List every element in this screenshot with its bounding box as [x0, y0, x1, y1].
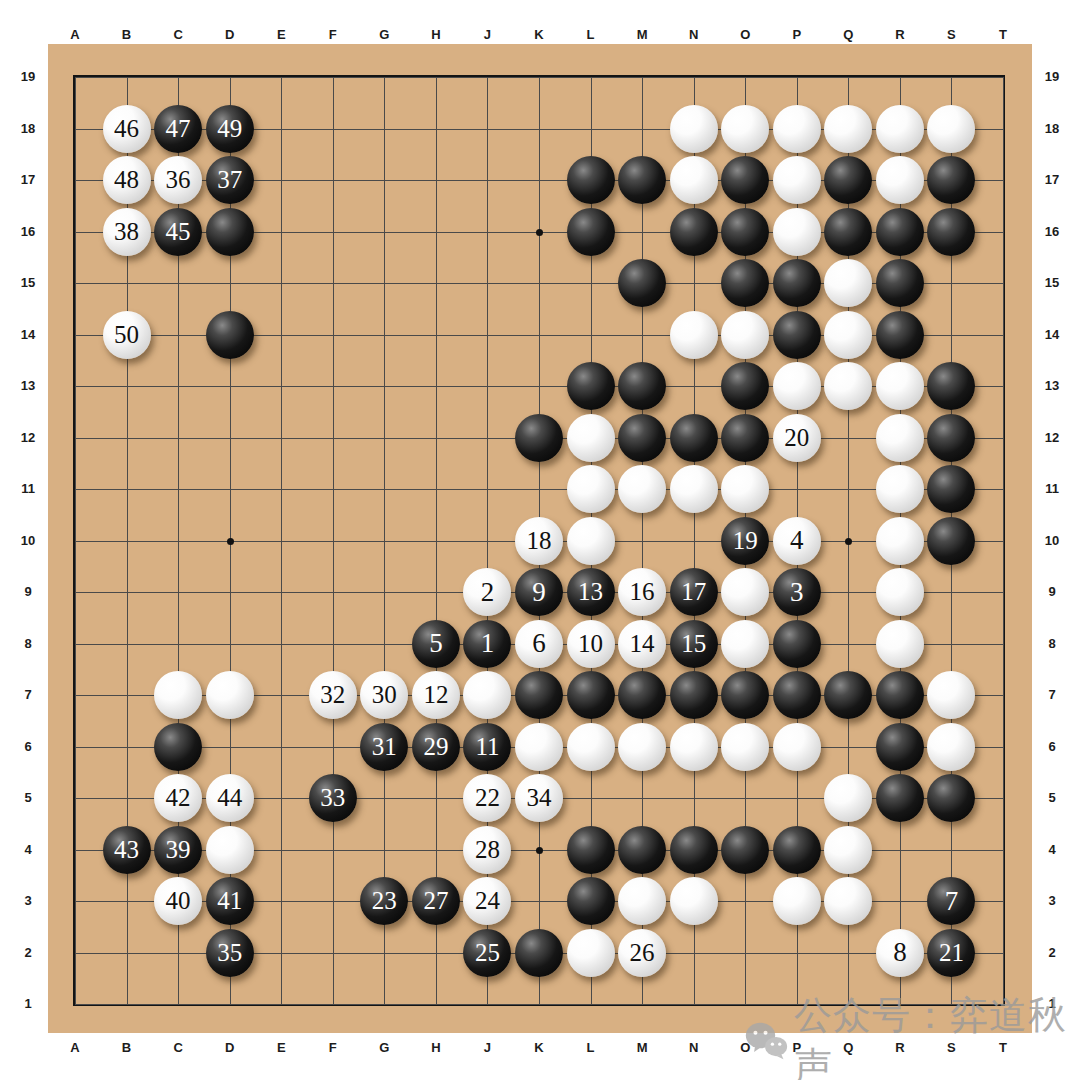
white-stone-O11[interactable]: [721, 465, 769, 513]
white-stone-P12-move-20[interactable]: 20: [773, 414, 821, 462]
go-diagram-page: AABBCCDDEEFFGGHHJJKKLLMMNNOOPPQQRRSSTT19…: [0, 0, 1080, 1080]
coord-right-5: 5: [1039, 790, 1065, 806]
black-stone-K2[interactable]: [515, 929, 563, 977]
move-number: 36: [166, 166, 191, 194]
move-number: 35: [217, 939, 242, 967]
white-stone-L10[interactable]: [567, 517, 615, 565]
white-stone-L12[interactable]: [567, 414, 615, 462]
white-stone-O14[interactable]: [721, 311, 769, 359]
coord-right-2: 2: [1039, 945, 1065, 961]
white-stone-O8[interactable]: [721, 620, 769, 668]
coord-top-M: M: [629, 27, 655, 43]
coord-left-19: 19: [15, 69, 41, 85]
coord-left-14: 14: [15, 327, 41, 343]
white-stone-N6[interactable]: [670, 723, 718, 771]
white-stone-R17[interactable]: [876, 156, 924, 204]
black-stone-C16-move-45[interactable]: 45: [154, 208, 202, 256]
black-stone-O10-move-19[interactable]: 19: [721, 517, 769, 565]
move-number: 26: [630, 939, 655, 967]
coord-right-18: 18: [1039, 121, 1065, 137]
white-stone-R13[interactable]: [876, 362, 924, 410]
white-stone-Q5[interactable]: [824, 774, 872, 822]
black-stone-M13[interactable]: [618, 362, 666, 410]
move-number: 46: [114, 115, 139, 143]
coord-top-O: O: [732, 27, 758, 43]
coord-bottom-M: M: [629, 1040, 655, 1056]
coord-left-11: 11: [15, 481, 41, 497]
coord-left-6: 6: [15, 739, 41, 755]
white-stone-O6[interactable]: [721, 723, 769, 771]
white-stone-F7-move-32[interactable]: 32: [309, 671, 357, 719]
move-number: 23: [372, 887, 397, 915]
move-number: 37: [217, 166, 242, 194]
white-stone-Q18[interactable]: [824, 105, 872, 153]
black-stone-D16[interactable]: [206, 208, 254, 256]
coord-top-P: P: [784, 27, 810, 43]
black-stone-J8-move-1[interactable]: 1: [463, 620, 511, 668]
coord-right-12: 12: [1039, 430, 1065, 446]
watermark-text: 公众号：弈道秋声: [794, 990, 1080, 1080]
white-stone-P17[interactable]: [773, 156, 821, 204]
coord-bottom-D: D: [217, 1040, 243, 1056]
black-stone-S12[interactable]: [927, 414, 975, 462]
black-stone-D2-move-35[interactable]: 35: [206, 929, 254, 977]
black-stone-N4[interactable]: [670, 826, 718, 874]
coord-bottom-B: B: [114, 1040, 140, 1056]
black-stone-R5[interactable]: [876, 774, 924, 822]
white-stone-N11[interactable]: [670, 465, 718, 513]
coord-left-7: 7: [15, 687, 41, 703]
star-point-D10: [227, 538, 234, 545]
black-stone-O17[interactable]: [721, 156, 769, 204]
black-stone-R15[interactable]: [876, 259, 924, 307]
coord-right-13: 13: [1039, 378, 1065, 394]
move-number: 19: [733, 527, 758, 555]
black-stone-H3-move-27[interactable]: 27: [412, 877, 460, 925]
white-stone-L11[interactable]: [567, 465, 615, 513]
black-stone-H6-move-29[interactable]: 29: [412, 723, 460, 771]
white-stone-Q15[interactable]: [824, 259, 872, 307]
black-stone-P7[interactable]: [773, 671, 821, 719]
coord-left-4: 4: [15, 842, 41, 858]
black-stone-M12[interactable]: [618, 414, 666, 462]
move-number: 1: [481, 628, 495, 659]
grid-line-vertical: [1003, 77, 1004, 1004]
coord-top-J: J: [474, 27, 500, 43]
coord-bottom-H: H: [423, 1040, 449, 1056]
white-stone-R11[interactable]: [876, 465, 924, 513]
black-stone-L17[interactable]: [567, 156, 615, 204]
move-number: 17: [681, 578, 706, 606]
white-stone-M2-move-26[interactable]: 26: [618, 929, 666, 977]
coord-right-7: 7: [1039, 687, 1065, 703]
white-stone-B17-move-48[interactable]: 48: [103, 156, 151, 204]
coord-right-16: 16: [1039, 224, 1065, 240]
black-stone-P15[interactable]: [773, 259, 821, 307]
move-number: 49: [217, 115, 242, 143]
white-stone-M8-move-14[interactable]: 14: [618, 620, 666, 668]
white-stone-C3-move-40[interactable]: 40: [154, 877, 202, 925]
white-stone-J4-move-28[interactable]: 28: [463, 826, 511, 874]
black-stone-L4[interactable]: [567, 826, 615, 874]
white-stone-C17-move-36[interactable]: 36: [154, 156, 202, 204]
black-stone-L7[interactable]: [567, 671, 615, 719]
move-number: 28: [475, 836, 500, 864]
coord-top-Q: Q: [835, 27, 861, 43]
black-stone-O16[interactable]: [721, 208, 769, 256]
move-number: 25: [475, 939, 500, 967]
white-stone-B18-move-46[interactable]: 46: [103, 105, 151, 153]
black-stone-K12[interactable]: [515, 414, 563, 462]
coord-bottom-A: A: [62, 1040, 88, 1056]
black-stone-N9-move-17[interactable]: 17: [670, 568, 718, 616]
white-stone-N3[interactable]: [670, 877, 718, 925]
move-number: 38: [114, 218, 139, 246]
white-stone-O9[interactable]: [721, 568, 769, 616]
move-number: 39: [166, 836, 191, 864]
white-stone-Q14[interactable]: [824, 311, 872, 359]
coord-bottom-G: G: [371, 1040, 397, 1056]
white-stone-R8[interactable]: [876, 620, 924, 668]
black-stone-L13[interactable]: [567, 362, 615, 410]
white-stone-G7-move-30[interactable]: 30: [360, 671, 408, 719]
white-stone-P6[interactable]: [773, 723, 821, 771]
move-number: 31: [372, 733, 397, 761]
move-number: 11: [475, 733, 499, 761]
coord-left-1: 1: [15, 996, 41, 1012]
black-stone-G3-move-23[interactable]: 23: [360, 877, 408, 925]
move-number: 15: [681, 630, 706, 658]
black-stone-O4[interactable]: [721, 826, 769, 874]
move-number: 42: [166, 784, 191, 812]
white-stone-B14-move-50[interactable]: 50: [103, 311, 151, 359]
black-stone-M7[interactable]: [618, 671, 666, 719]
white-stone-L6[interactable]: [567, 723, 615, 771]
black-stone-N16[interactable]: [670, 208, 718, 256]
move-number: 40: [166, 887, 191, 915]
move-number: 24: [475, 887, 500, 915]
move-number: 34: [527, 784, 552, 812]
move-number: 18: [527, 527, 552, 555]
black-stone-F5-move-33[interactable]: 33: [309, 774, 357, 822]
move-number: 30: [372, 681, 397, 709]
white-stone-S18[interactable]: [927, 105, 975, 153]
coord-left-12: 12: [15, 430, 41, 446]
white-stone-H7-move-12[interactable]: 12: [412, 671, 460, 719]
white-stone-R12[interactable]: [876, 414, 924, 462]
black-stone-S10[interactable]: [927, 517, 975, 565]
coord-bottom-K: K: [526, 1040, 552, 1056]
coord-left-5: 5: [15, 790, 41, 806]
black-stone-M17[interactable]: [618, 156, 666, 204]
coord-top-L: L: [578, 27, 604, 43]
white-stone-M3[interactable]: [618, 877, 666, 925]
move-number: 22: [475, 784, 500, 812]
white-stone-B16-move-38[interactable]: 38: [103, 208, 151, 256]
coord-right-9: 9: [1039, 584, 1065, 600]
black-stone-N7[interactable]: [670, 671, 718, 719]
black-stone-Q17[interactable]: [824, 156, 872, 204]
coord-bottom-E: E: [268, 1040, 294, 1056]
white-stone-C5-move-42[interactable]: 42: [154, 774, 202, 822]
coord-top-T: T: [990, 27, 1016, 43]
star-point-K4: [536, 847, 543, 854]
move-number: 27: [423, 887, 448, 915]
move-number: 45: [166, 218, 191, 246]
move-number: 14: [630, 630, 655, 658]
coord-right-17: 17: [1039, 172, 1065, 188]
white-stone-D4[interactable]: [206, 826, 254, 874]
black-stone-O12[interactable]: [721, 414, 769, 462]
black-stone-Q16[interactable]: [824, 208, 872, 256]
black-stone-P9-move-3[interactable]: 3: [773, 568, 821, 616]
move-number: 50: [114, 321, 139, 349]
move-number: 8: [893, 937, 907, 968]
black-stone-L3[interactable]: [567, 877, 615, 925]
coord-bottom-C: C: [165, 1040, 191, 1056]
white-stone-D5-move-44[interactable]: 44: [206, 774, 254, 822]
move-number: 44: [217, 784, 242, 812]
coord-top-K: K: [526, 27, 552, 43]
black-stone-L16[interactable]: [567, 208, 615, 256]
coord-left-8: 8: [15, 636, 41, 652]
move-number: 32: [320, 681, 345, 709]
black-stone-C6[interactable]: [154, 723, 202, 771]
black-stone-O15[interactable]: [721, 259, 769, 307]
move-number: 5: [429, 628, 443, 659]
white-stone-C7[interactable]: [154, 671, 202, 719]
white-stone-P3[interactable]: [773, 877, 821, 925]
move-number: 9: [532, 577, 546, 608]
white-stone-L8-move-10[interactable]: 10: [567, 620, 615, 668]
white-stone-K5-move-34[interactable]: 34: [515, 774, 563, 822]
black-stone-O13[interactable]: [721, 362, 769, 410]
move-number: 7: [945, 886, 959, 917]
black-stone-P14[interactable]: [773, 311, 821, 359]
white-stone-R18[interactable]: [876, 105, 924, 153]
black-stone-Q7[interactable]: [824, 671, 872, 719]
black-stone-D14[interactable]: [206, 311, 254, 359]
white-stone-N14[interactable]: [670, 311, 718, 359]
white-stone-N17[interactable]: [670, 156, 718, 204]
coord-bottom-J: J: [474, 1040, 500, 1056]
move-number: 12: [423, 681, 448, 709]
coord-bottom-F: F: [320, 1040, 346, 1056]
black-stone-C18-move-47[interactable]: 47: [154, 105, 202, 153]
black-stone-R14[interactable]: [876, 311, 924, 359]
move-number: 16: [630, 578, 655, 606]
move-number: 21: [939, 939, 964, 967]
coord-left-2: 2: [15, 945, 41, 961]
black-stone-S16[interactable]: [927, 208, 975, 256]
coord-right-8: 8: [1039, 636, 1065, 652]
black-stone-D18-move-49[interactable]: 49: [206, 105, 254, 153]
black-stone-M15[interactable]: [618, 259, 666, 307]
white-stone-D7[interactable]: [206, 671, 254, 719]
coord-left-16: 16: [15, 224, 41, 240]
white-stone-Q4[interactable]: [824, 826, 872, 874]
coord-right-14: 14: [1039, 327, 1065, 343]
move-number: 3: [790, 577, 804, 608]
coord-left-15: 15: [15, 275, 41, 291]
black-stone-P8[interactable]: [773, 620, 821, 668]
black-stone-J2-move-25[interactable]: 25: [463, 929, 511, 977]
move-number: 29: [423, 733, 448, 761]
move-number: 41: [217, 887, 242, 915]
white-stone-N18[interactable]: [670, 105, 718, 153]
black-stone-B4-move-43[interactable]: 43: [103, 826, 151, 874]
coord-top-A: A: [62, 27, 88, 43]
coord-right-10: 10: [1039, 533, 1065, 549]
coord-left-13: 13: [15, 378, 41, 394]
black-stone-H8-move-5[interactable]: 5: [412, 620, 460, 668]
move-number: 10: [578, 630, 603, 658]
black-stone-K9-move-9[interactable]: 9: [515, 568, 563, 616]
coord-left-3: 3: [15, 893, 41, 909]
coord-right-15: 15: [1039, 275, 1065, 291]
star-point-K16: [536, 229, 543, 236]
white-stone-K6[interactable]: [515, 723, 563, 771]
white-stone-K8-move-6[interactable]: 6: [515, 620, 563, 668]
watermark: 公众号：弈道秋声: [744, 1016, 1080, 1066]
white-stone-R2-move-8[interactable]: 8: [876, 929, 924, 977]
move-number: 13: [578, 578, 603, 606]
coord-top-C: C: [165, 27, 191, 43]
move-number: 47: [166, 115, 191, 143]
coord-top-F: F: [320, 27, 346, 43]
coord-right-4: 4: [1039, 842, 1065, 858]
white-stone-M6[interactable]: [618, 723, 666, 771]
coord-top-G: G: [371, 27, 397, 43]
coord-right-3: 3: [1039, 893, 1065, 909]
black-stone-P4[interactable]: [773, 826, 821, 874]
white-stone-K10-move-18[interactable]: 18: [515, 517, 563, 565]
white-stone-Q3[interactable]: [824, 877, 872, 925]
coord-left-9: 9: [15, 584, 41, 600]
coord-top-D: D: [217, 27, 243, 43]
coord-top-R: R: [887, 27, 913, 43]
black-stone-N8-move-15[interactable]: 15: [670, 620, 718, 668]
black-stone-N12[interactable]: [670, 414, 718, 462]
black-stone-M4[interactable]: [618, 826, 666, 874]
white-stone-P13[interactable]: [773, 362, 821, 410]
black-stone-C4-move-39[interactable]: 39: [154, 826, 202, 874]
coord-right-11: 11: [1039, 481, 1065, 497]
coord-left-10: 10: [15, 533, 41, 549]
white-stone-P10-move-4[interactable]: 4: [773, 517, 821, 565]
black-stone-K7[interactable]: [515, 671, 563, 719]
coord-right-19: 19: [1039, 69, 1065, 85]
coord-top-H: H: [423, 27, 449, 43]
white-stone-Q13[interactable]: [824, 362, 872, 410]
white-stone-R9[interactable]: [876, 568, 924, 616]
coord-top-S: S: [938, 27, 964, 43]
white-stone-R10[interactable]: [876, 517, 924, 565]
white-stone-P16[interactable]: [773, 208, 821, 256]
black-stone-R16[interactable]: [876, 208, 924, 256]
coord-bottom-L: L: [578, 1040, 604, 1056]
white-stone-S6[interactable]: [927, 723, 975, 771]
coord-top-E: E: [268, 27, 294, 43]
coord-left-17: 17: [15, 172, 41, 188]
coord-top-B: B: [114, 27, 140, 43]
black-stone-S2-move-21[interactable]: 21: [927, 929, 975, 977]
black-stone-D17-move-37[interactable]: 37: [206, 156, 254, 204]
black-stone-O7[interactable]: [721, 671, 769, 719]
white-stone-L2[interactable]: [567, 929, 615, 977]
white-stone-M11[interactable]: [618, 465, 666, 513]
white-stone-M9-move-16[interactable]: 16: [618, 568, 666, 616]
black-stone-R7[interactable]: [876, 671, 924, 719]
move-number: 2: [481, 577, 495, 608]
move-number: 4: [790, 525, 804, 556]
coord-bottom-N: N: [681, 1040, 707, 1056]
move-number: 6: [532, 628, 546, 659]
white-stone-P18[interactable]: [773, 105, 821, 153]
move-number: 48: [114, 166, 139, 194]
black-stone-J6-move-11[interactable]: 11: [463, 723, 511, 771]
move-number: 20: [784, 424, 809, 452]
coord-top-N: N: [681, 27, 707, 43]
black-stone-L9-move-13[interactable]: 13: [567, 568, 615, 616]
black-stone-D3-move-41[interactable]: 41: [206, 877, 254, 925]
star-point-Q10: [845, 538, 852, 545]
black-stone-R6[interactable]: [876, 723, 924, 771]
white-stone-O18[interactable]: [721, 105, 769, 153]
coord-left-18: 18: [15, 121, 41, 137]
black-stone-G6-move-31[interactable]: 31: [360, 723, 408, 771]
coord-right-6: 6: [1039, 739, 1065, 755]
wechat-icon: [744, 1019, 788, 1063]
move-number: 33: [320, 784, 345, 812]
move-number: 43: [114, 836, 139, 864]
